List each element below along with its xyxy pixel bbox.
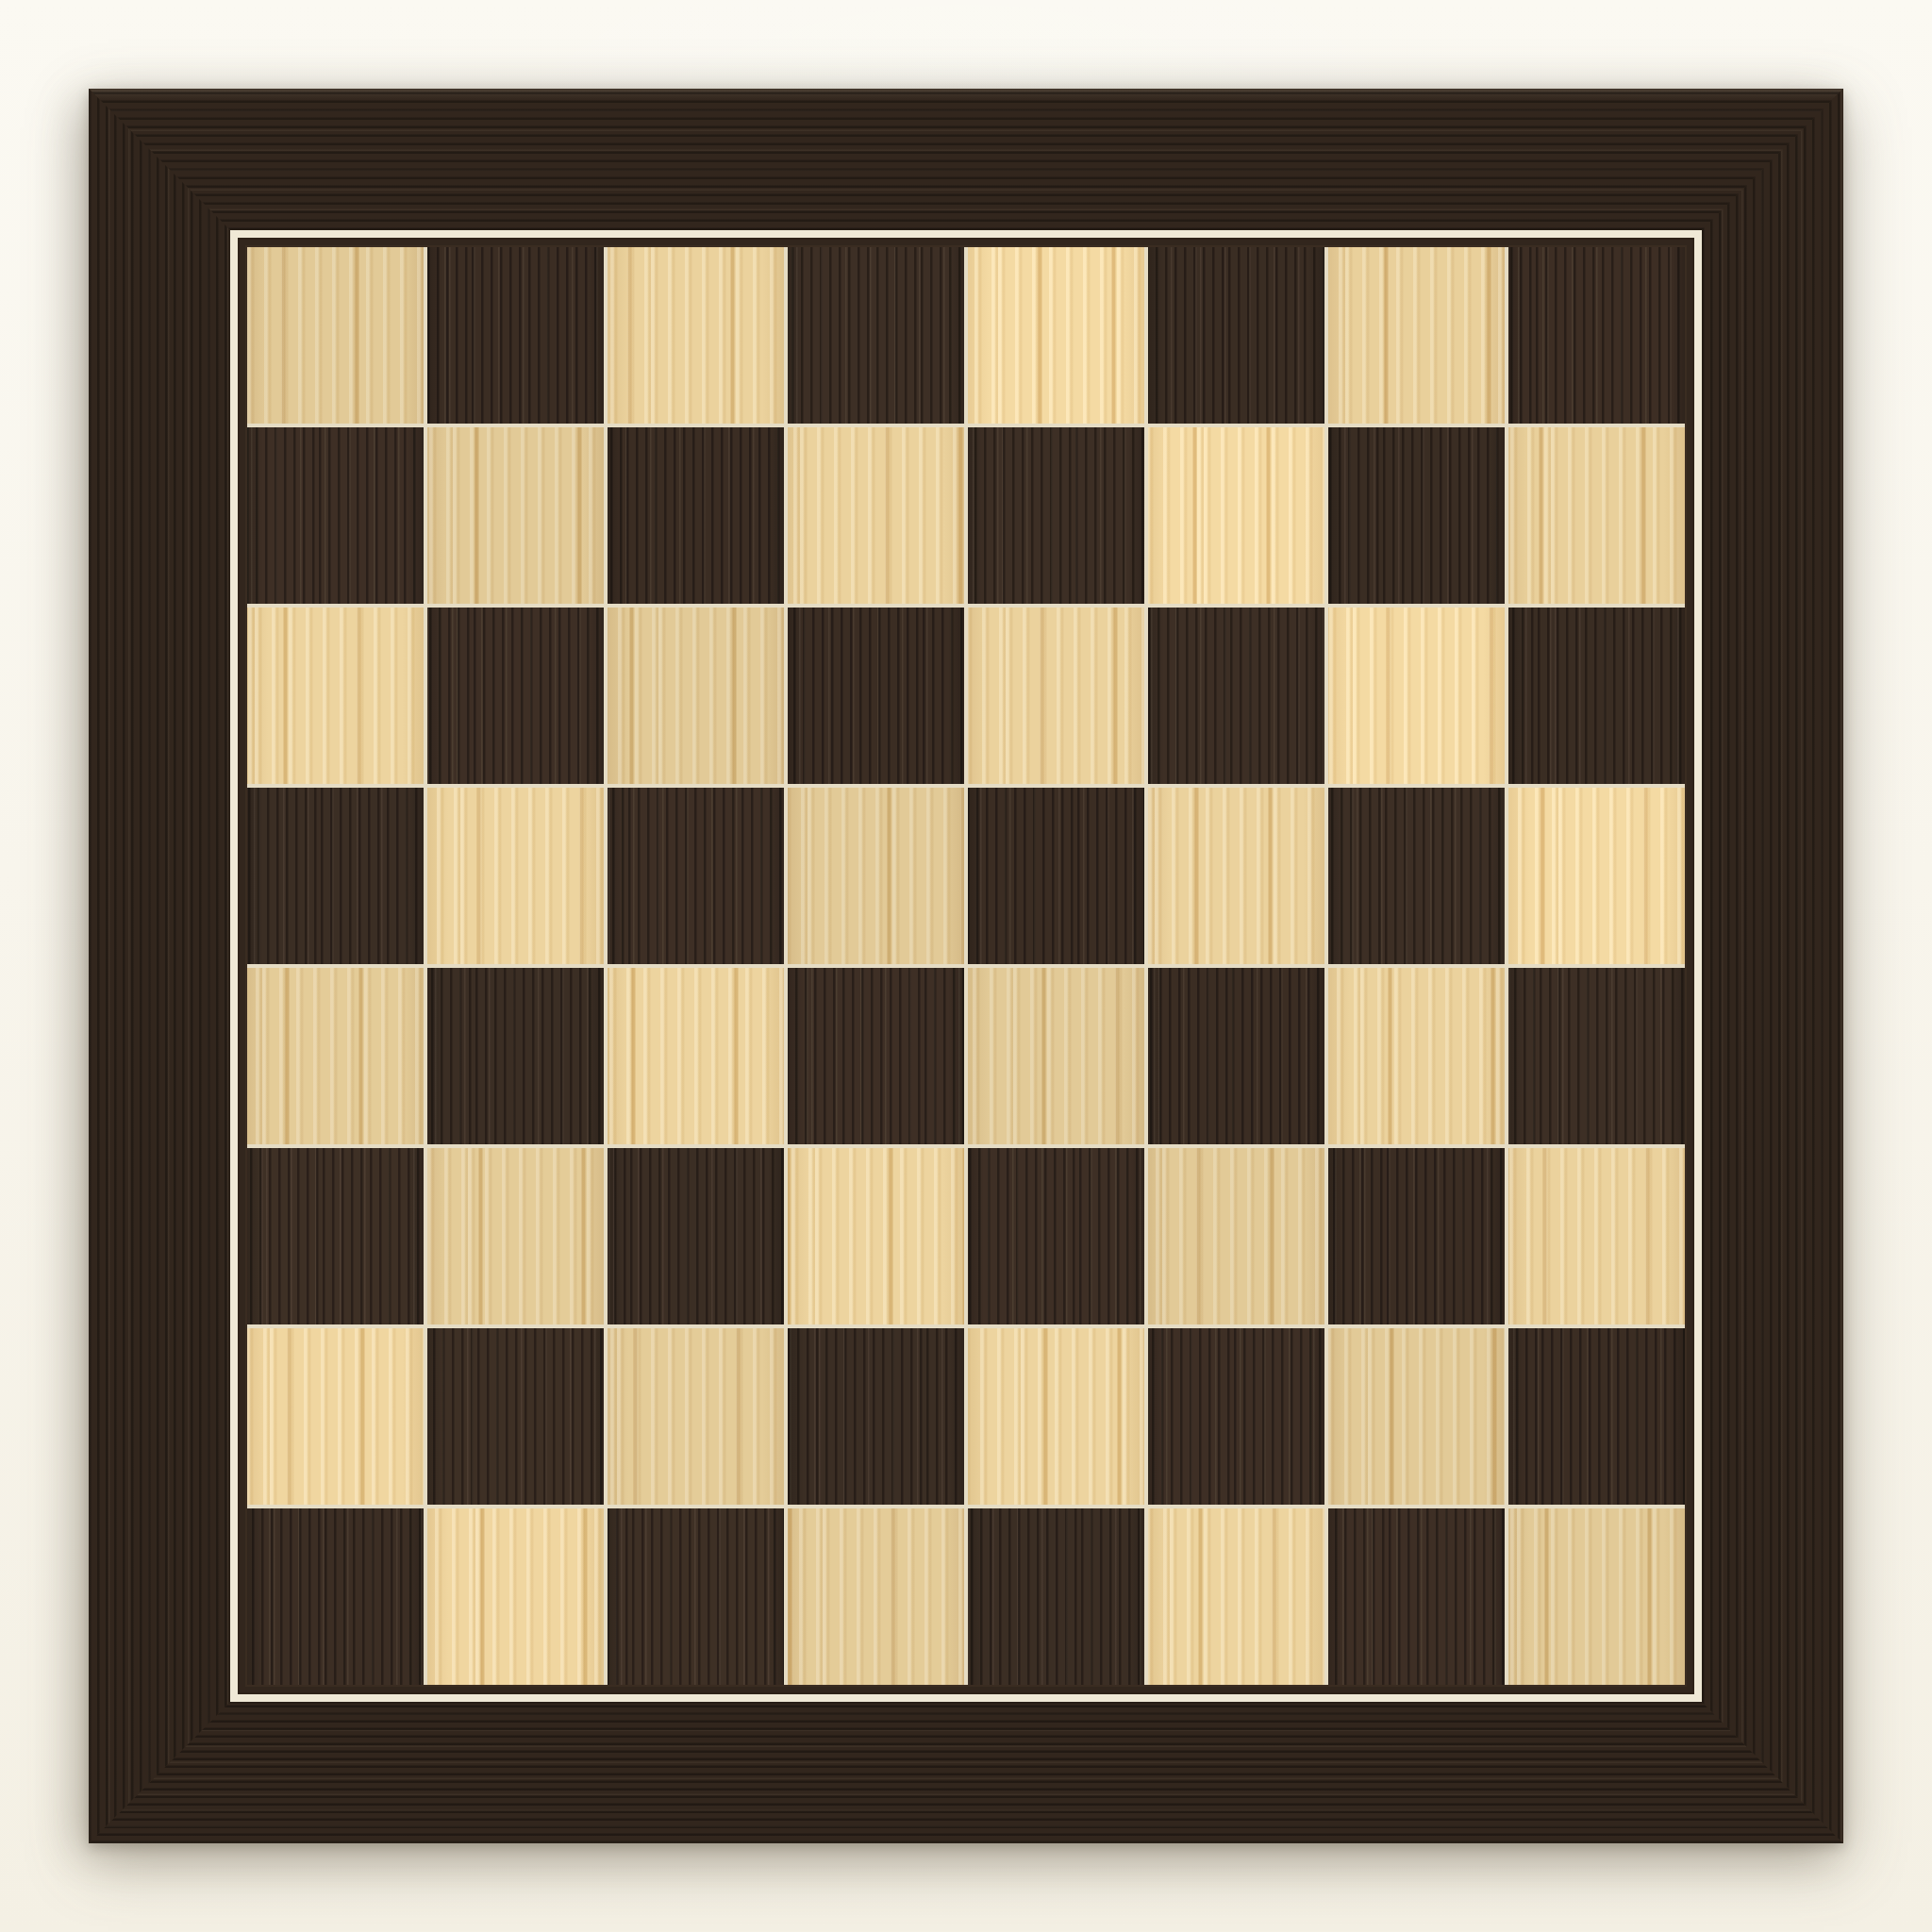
board-frame-top bbox=[89, 89, 1843, 230]
square-g1[interactable] bbox=[1328, 1508, 1505, 1685]
square-c6[interactable] bbox=[608, 608, 784, 784]
square-c5[interactable] bbox=[608, 788, 784, 964]
square-b3[interactable] bbox=[427, 1148, 604, 1324]
square-a3[interactable] bbox=[247, 1148, 424, 1324]
square-g3[interactable] bbox=[1328, 1148, 1505, 1324]
square-h8[interactable] bbox=[1508, 247, 1685, 424]
square-f5[interactable] bbox=[1148, 788, 1324, 964]
square-g2[interactable] bbox=[1328, 1328, 1505, 1505]
square-a6[interactable] bbox=[247, 608, 424, 784]
square-a2[interactable] bbox=[247, 1328, 424, 1505]
square-c7[interactable] bbox=[608, 427, 784, 604]
square-d4[interactable] bbox=[788, 968, 964, 1144]
square-c1[interactable] bbox=[608, 1508, 784, 1685]
square-g6[interactable] bbox=[1328, 608, 1505, 784]
square-b2[interactable] bbox=[427, 1328, 604, 1505]
board-frame-right bbox=[1702, 89, 1843, 1843]
square-b6[interactable] bbox=[427, 608, 604, 784]
square-g5[interactable] bbox=[1328, 788, 1505, 964]
board-frame-left bbox=[89, 89, 230, 1843]
square-e1[interactable] bbox=[968, 1508, 1144, 1685]
square-b4[interactable] bbox=[427, 968, 604, 1144]
playing-area bbox=[245, 245, 1687, 1687]
square-h1[interactable] bbox=[1508, 1508, 1685, 1685]
square-h4[interactable] bbox=[1508, 968, 1685, 1144]
square-f4[interactable] bbox=[1148, 968, 1324, 1144]
square-b7[interactable] bbox=[427, 427, 604, 604]
square-h7[interactable] bbox=[1508, 427, 1685, 604]
square-e4[interactable] bbox=[968, 968, 1144, 1144]
square-d8[interactable] bbox=[788, 247, 964, 424]
square-f2[interactable] bbox=[1148, 1328, 1324, 1505]
square-a5[interactable] bbox=[247, 788, 424, 964]
square-c8[interactable] bbox=[608, 247, 784, 424]
square-c4[interactable] bbox=[608, 968, 784, 1144]
chessboard bbox=[89, 89, 1843, 1843]
square-h6[interactable] bbox=[1508, 608, 1685, 784]
square-f7[interactable] bbox=[1148, 427, 1324, 604]
square-a7[interactable] bbox=[247, 427, 424, 604]
board-frame-bottom bbox=[89, 1702, 1843, 1843]
square-e2[interactable] bbox=[968, 1328, 1144, 1505]
square-d7[interactable] bbox=[788, 427, 964, 604]
square-c2[interactable] bbox=[608, 1328, 784, 1505]
square-c3[interactable] bbox=[608, 1148, 784, 1324]
square-h3[interactable] bbox=[1508, 1148, 1685, 1324]
square-h2[interactable] bbox=[1508, 1328, 1685, 1505]
square-g8[interactable] bbox=[1328, 247, 1505, 424]
page-background bbox=[0, 0, 1932, 1932]
square-g4[interactable] bbox=[1328, 968, 1505, 1144]
square-a1[interactable] bbox=[247, 1508, 424, 1685]
square-f3[interactable] bbox=[1148, 1148, 1324, 1324]
square-d6[interactable] bbox=[788, 608, 964, 784]
square-e5[interactable] bbox=[968, 788, 1144, 964]
square-e6[interactable] bbox=[968, 608, 1144, 784]
square-a4[interactable] bbox=[247, 968, 424, 1144]
square-d2[interactable] bbox=[788, 1328, 964, 1505]
square-b5[interactable] bbox=[427, 788, 604, 964]
square-f8[interactable] bbox=[1148, 247, 1324, 424]
square-g7[interactable] bbox=[1328, 427, 1505, 604]
square-d3[interactable] bbox=[788, 1148, 964, 1324]
square-f6[interactable] bbox=[1148, 608, 1324, 784]
square-f1[interactable] bbox=[1148, 1508, 1324, 1685]
square-d5[interactable] bbox=[788, 788, 964, 964]
square-e7[interactable] bbox=[968, 427, 1144, 604]
square-d1[interactable] bbox=[788, 1508, 964, 1685]
square-e3[interactable] bbox=[968, 1148, 1144, 1324]
square-b8[interactable] bbox=[427, 247, 604, 424]
square-a8[interactable] bbox=[247, 247, 424, 424]
square-e8[interactable] bbox=[968, 247, 1144, 424]
square-h5[interactable] bbox=[1508, 788, 1685, 964]
square-b1[interactable] bbox=[427, 1508, 604, 1685]
